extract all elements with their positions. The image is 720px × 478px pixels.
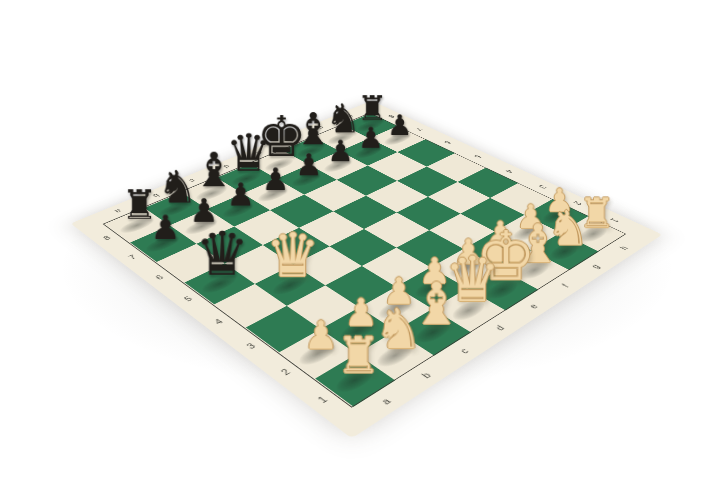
vinyl-board-mat: abcdefgh abcdefgh 87654321 87654321 ♜♞♝♛… [70, 101, 662, 439]
board-3d-wrapper: abcdefgh abcdefgh 87654321 87654321 ♜♞♝♛… [70, 101, 662, 439]
white-queen-icon: ♛ [256, 226, 329, 287]
black-queen-icon: ♛ [185, 224, 258, 284]
white-rook-icon: ♜ [316, 332, 399, 382]
product-photo-scene: abcdefgh abcdefgh 87654321 87654321 ♜♞♝♛… [0, 0, 720, 478]
